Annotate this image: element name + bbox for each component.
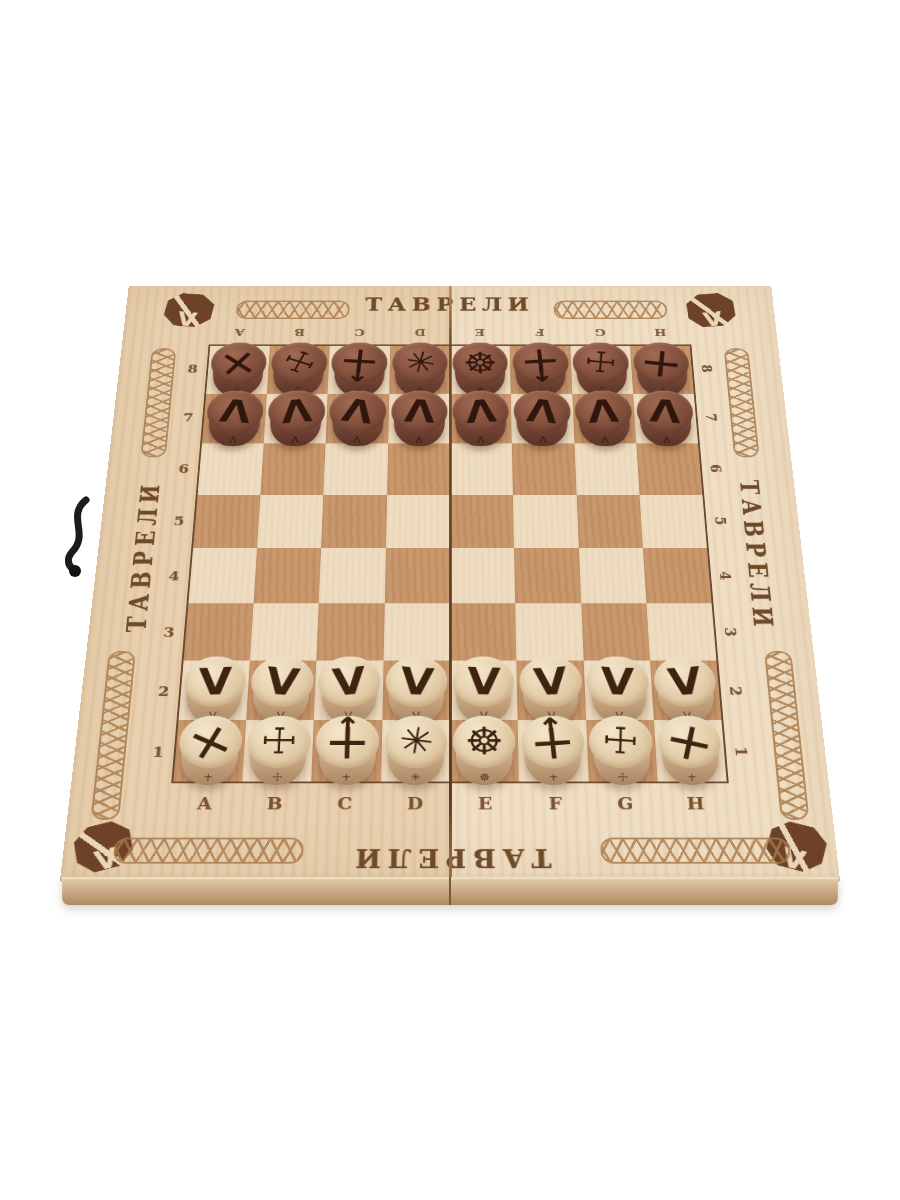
dark-pawn-c7[interactable]: ΛΛ — [329, 391, 387, 437]
light-cross-a1[interactable]: ++ — [177, 716, 244, 772]
square-g4[interactable] — [578, 548, 646, 603]
coord-label-8: 8 — [187, 362, 198, 375]
piece-top-face: Λ — [574, 391, 633, 433]
braid-ornament — [91, 651, 136, 820]
square-c6[interactable] — [324, 444, 388, 495]
coord-label-G: G — [617, 794, 634, 813]
pawn-symbol-icon: Λ — [267, 388, 327, 434]
square-b7[interactable]: ΛΛ — [264, 394, 328, 444]
pawn-symbol-icon: Λ — [326, 388, 390, 436]
piece-top-face: ✳ — [392, 343, 448, 383]
piece-top-face: + — [632, 343, 690, 383]
square-a5[interactable] — [193, 495, 261, 548]
arrow-symbol-icon: +↑ — [511, 341, 571, 384]
crosslet-symbol-icon: ☩ — [571, 341, 630, 386]
light-arrow-f1[interactable]: ++↑ — [520, 716, 585, 772]
square-e6[interactable] — [450, 444, 513, 495]
metal-clasp[interactable] — [56, 494, 104, 582]
piece-top-face: V — [519, 656, 582, 706]
pawn-symbol-icon: Λ — [451, 389, 511, 434]
coord-label-5: 5 — [712, 517, 731, 526]
square-e3[interactable] — [450, 603, 517, 660]
box-side-edge — [62, 877, 838, 905]
piece-top-face: Λ — [391, 391, 448, 433]
cross-symbol-icon: + — [201, 334, 277, 392]
square-c5[interactable] — [322, 495, 387, 548]
square-c7[interactable]: ΛΛ — [326, 394, 389, 444]
square-b3[interactable] — [250, 603, 319, 660]
pawn-symbol-icon: Λ — [389, 389, 449, 433]
square-b2[interactable]: VV — [246, 661, 316, 720]
coord-label-2: 2 — [727, 686, 747, 696]
dark-pawn-d7[interactable]: ΛΛ — [391, 391, 448, 437]
square-d3[interactable] — [383, 603, 450, 660]
piece-side-mark: + — [549, 771, 559, 783]
braid-ornament — [140, 348, 176, 457]
piece-top-face: V — [652, 656, 717, 706]
pawn-symbol-icon: V — [586, 655, 648, 708]
board-fold-seam — [449, 286, 452, 880]
square-a8[interactable]: ++ — [206, 346, 270, 394]
piece-top-face: Λ — [205, 391, 265, 433]
piece-top-face: V — [318, 656, 381, 706]
dark-cross-h8[interactable]: ++ — [632, 343, 691, 387]
braid-ornament — [112, 837, 303, 863]
board-face: V V V V ТАВРЕЛИ ТАВРЕЛИ ТАВРЕЛИ ТАВРЕЛИ … — [60, 286, 840, 880]
dark-pawn-b7[interactable]: ΛΛ — [267, 391, 326, 437]
light-crosslet-b1[interactable]: ☩☩ — [246, 716, 312, 772]
square-h7[interactable]: ΛΛ — [633, 394, 698, 444]
square-f4[interactable] — [514, 548, 581, 603]
coord-label-G: G — [595, 327, 606, 339]
piece-side-mark: Λ — [353, 435, 360, 445]
braid-ornament — [764, 651, 809, 820]
pawn-symbol-icon: Λ — [204, 389, 267, 434]
square-d1[interactable]: ✳✳ — [381, 720, 450, 782]
dark-star-d8[interactable]: ✳✳ — [392, 343, 448, 387]
cross-symbol-icon: + — [631, 340, 691, 386]
piece-side-mark: Λ — [539, 435, 546, 445]
light-crosslet-g1[interactable]: ☩☩ — [588, 716, 654, 772]
helm-symbol-icon: ☸ — [452, 343, 508, 383]
square-h8[interactable]: ++ — [630, 346, 694, 394]
piece-side-mark: ✳ — [410, 771, 420, 783]
coord-label-D: D — [414, 327, 425, 339]
coord-label-A: A — [197, 794, 213, 813]
coord-label-D: D — [407, 794, 423, 813]
square-h5[interactable] — [639, 495, 707, 548]
square-h6[interactable] — [636, 444, 702, 495]
coord-label-6: 6 — [178, 461, 190, 475]
piece-side-mark: ☩ — [272, 771, 283, 783]
square-a6[interactable] — [198, 444, 264, 495]
arrow-symbol-icon: +↑ — [329, 341, 389, 384]
square-e1[interactable]: ☸☸ — [450, 720, 519, 782]
piece-side-mark: Λ — [601, 435, 609, 445]
piece-top-face: Λ — [635, 391, 695, 433]
coord-label-F: F — [535, 327, 544, 339]
square-a7[interactable]: ΛΛ — [202, 394, 267, 444]
corner-emblem-icon: V — [161, 292, 216, 328]
square-e5[interactable] — [450, 495, 514, 548]
coord-label-1: 1 — [152, 743, 165, 760]
dark-pawn-e7[interactable]: ΛΛ — [452, 391, 509, 437]
square-h4[interactable] — [643, 548, 712, 603]
coord-label-8: 8 — [699, 365, 717, 373]
tavreli-board: V V V V ТАВРЕЛИ ТАВРЕЛИ ТАВРЕЛИ ТАВРЕЛИ … — [60, 286, 840, 880]
square-a3[interactable] — [184, 603, 254, 660]
coord-label-E: E — [475, 327, 485, 339]
light-pawn-a2[interactable]: VV — [182, 656, 248, 710]
light-pawn-e2[interactable]: VV — [453, 656, 515, 710]
light-arrow-c1[interactable]: ++↑ — [315, 716, 380, 772]
square-c1[interactable]: ++↑ — [312, 720, 382, 782]
square-e4[interactable] — [450, 548, 515, 603]
piece-top-face: ☸ — [453, 716, 516, 768]
square-g8[interactable]: ☩☩ — [570, 346, 633, 394]
light-pawn-b2[interactable]: VV — [250, 656, 315, 710]
square-f6[interactable] — [512, 444, 576, 495]
coord-label-3: 3 — [721, 628, 740, 637]
piece-side-mark: Λ — [229, 435, 237, 445]
square-g3[interactable] — [581, 603, 650, 660]
braid-ornament — [553, 300, 668, 318]
piece-top-face: Λ — [452, 391, 509, 433]
square-d6[interactable] — [387, 444, 450, 495]
square-d4[interactable] — [385, 548, 450, 603]
coord-label-3: 3 — [163, 624, 175, 640]
coord-label-C: C — [355, 327, 365, 339]
braid-ornament — [600, 837, 791, 863]
light-pawn-g2[interactable]: VV — [586, 656, 651, 710]
square-f1[interactable]: ++↑ — [518, 720, 588, 782]
pawn-symbol-icon: V — [317, 654, 383, 709]
square-b6[interactable] — [261, 444, 326, 495]
corner-emblem-icon: V — [684, 292, 739, 328]
square-f8[interactable]: ++↑ — [510, 346, 572, 394]
coord-label-1: 1 — [732, 747, 752, 757]
square-g5[interactable] — [576, 495, 642, 548]
emblem-v-glyph: V — [176, 311, 199, 327]
piece-side-mark: Λ — [477, 435, 484, 445]
coord-label-F: F — [548, 794, 562, 813]
helm-symbol-icon: ☸ — [453, 716, 516, 768]
coord-label-4: 4 — [717, 571, 736, 580]
square-d2[interactable]: VV — [382, 661, 450, 720]
coord-label-C: C — [337, 794, 352, 813]
piece-top-face: + — [177, 716, 244, 768]
square-e8[interactable]: ☸☸ — [450, 346, 511, 394]
dark-pawn-f7[interactable]: ΛΛ — [513, 391, 571, 437]
dark-crosslet-b8[interactable]: ☩☩ — [270, 343, 328, 387]
arrow-symbol-icon: +↑ — [519, 714, 587, 770]
piece-top-face: V — [182, 656, 247, 706]
square-b8[interactable]: ☩☩ — [267, 346, 330, 394]
pawn-symbol-icon: V — [383, 655, 449, 709]
piece-top-face: V — [250, 656, 314, 706]
dark-cross-a8[interactable]: ++ — [209, 343, 268, 387]
coord-label-2: 2 — [157, 683, 170, 699]
square-h3[interactable] — [646, 603, 716, 660]
piece-top-face: ✳ — [384, 716, 447, 768]
coord-label-4: 4 — [168, 568, 180, 583]
square-a1[interactable]: ++ — [173, 720, 246, 782]
square-d7[interactable]: ΛΛ — [388, 394, 450, 444]
coord-label-B: B — [294, 327, 305, 339]
piece-top-face: ☩ — [246, 716, 312, 768]
star-symbol-icon: ✳ — [380, 712, 451, 771]
dark-arrow-f8[interactable]: ++↑ — [512, 343, 569, 387]
square-b5[interactable] — [257, 495, 323, 548]
cross-symbol-icon: + — [653, 710, 726, 774]
light-pawn-d2[interactable]: VV — [385, 656, 447, 710]
coord-label-7: 7 — [182, 411, 193, 425]
piece-top-face: V — [586, 656, 650, 706]
square-f3[interactable] — [515, 603, 583, 660]
dark-helm-e8[interactable]: ☸☸ — [452, 343, 508, 387]
piece-side-mark: Λ — [415, 435, 422, 445]
piece-top-face: Λ — [513, 391, 571, 433]
square-b4[interactable] — [254, 548, 322, 603]
piece-top-face: ☩ — [270, 343, 328, 383]
piece-side-mark: Λ — [291, 435, 299, 445]
square-h1[interactable]: ++ — [654, 720, 727, 782]
light-helm-e1[interactable]: ☸☸ — [453, 716, 516, 772]
light-star-d1[interactable]: ✳✳ — [384, 716, 448, 772]
piece-top-face: + — [656, 716, 723, 768]
pawn-symbol-icon: V — [517, 655, 584, 709]
square-g7[interactable]: ΛΛ — [572, 394, 636, 444]
coord-label-5: 5 — [173, 514, 185, 529]
piece-side-mark: ☩ — [617, 771, 628, 783]
piece-side-mark: ☸ — [479, 771, 490, 783]
photo-canvas: V V V V ТАВРЕЛИ ТАВРЕЛИ ТАВРЕЛИ ТАВРЕЛИ … — [0, 0, 900, 1200]
piece-top-face: ☩ — [572, 343, 630, 383]
dark-pawn-a7[interactable]: ΛΛ — [205, 391, 265, 437]
square-a4[interactable] — [188, 548, 257, 603]
square-f5[interactable] — [513, 495, 578, 548]
piece-top-face: ☸ — [452, 343, 508, 383]
pawn-symbol-icon: V — [452, 656, 515, 708]
square-c4[interactable] — [319, 548, 386, 603]
piece-top-face: V — [385, 656, 447, 706]
dark-pawn-g7[interactable]: ΛΛ — [574, 391, 633, 437]
piece-top-face: +↑ — [331, 343, 388, 383]
square-g1[interactable]: ☩☩ — [586, 720, 658, 782]
coord-label-H: H — [686, 794, 705, 813]
braid-ornament — [235, 300, 349, 318]
square-c3[interactable] — [317, 603, 385, 660]
square-g2[interactable]: VV — [583, 661, 653, 720]
pawn-symbol-icon: Λ — [635, 389, 693, 435]
pawn-symbol-icon: V — [184, 655, 246, 708]
dark-pawn-h7[interactable]: ΛΛ — [635, 391, 695, 437]
piece-top-face: +↑ — [520, 716, 585, 768]
square-e2[interactable]: VV — [450, 661, 518, 720]
coord-label-B: B — [266, 794, 283, 813]
square-b1[interactable]: ☩☩ — [242, 720, 314, 782]
pawn-symbol-icon: V — [650, 654, 720, 708]
square-d5[interactable] — [386, 495, 450, 548]
crosslet-symbol-icon: ☩ — [588, 714, 652, 770]
square-e7[interactable]: ΛΛ — [450, 394, 512, 444]
square-f7[interactable]: ΛΛ — [511, 394, 574, 444]
pawn-symbol-icon: Λ — [512, 388, 573, 434]
crosslet-symbol-icon: ☩ — [246, 716, 312, 768]
dark-arrow-c8[interactable]: ++↑ — [331, 343, 388, 387]
arrow-symbol-icon: +↑ — [315, 716, 380, 768]
piece-top-face: ☩ — [588, 716, 654, 768]
light-pawn-h2[interactable]: VV — [652, 656, 718, 710]
braid-ornament — [724, 348, 760, 457]
coord-label-6: 6 — [707, 464, 725, 472]
edge-seam — [449, 877, 451, 905]
square-c8[interactable]: ++↑ — [328, 346, 390, 394]
piece-top-face: Λ — [329, 391, 387, 433]
square-d8[interactable]: ✳✳ — [389, 346, 450, 394]
pawn-symbol-icon: V — [248, 654, 317, 708]
square-g6[interactable] — [574, 444, 639, 495]
light-pawn-f2[interactable]: VV — [519, 656, 582, 710]
piece-top-face: V — [453, 656, 515, 706]
light-cross-h1[interactable]: ++ — [656, 716, 723, 772]
light-pawn-c2[interactable]: VV — [317, 656, 380, 710]
coord-label-7: 7 — [703, 414, 721, 422]
pawn-symbol-icon: Λ — [573, 389, 634, 433]
piece-side-mark: + — [341, 771, 351, 783]
coord-label-H: H — [654, 327, 667, 339]
piece-top-face: +↑ — [512, 343, 569, 383]
dark-crosslet-g8[interactable]: ☩☩ — [572, 343, 630, 387]
piece-side-mark: Λ — [663, 435, 671, 445]
piece-top-face: +↑ — [315, 716, 380, 768]
piece-top-face: Λ — [267, 391, 326, 433]
emblem-v-glyph: V — [702, 311, 725, 327]
coord-label-E: E — [478, 794, 492, 813]
